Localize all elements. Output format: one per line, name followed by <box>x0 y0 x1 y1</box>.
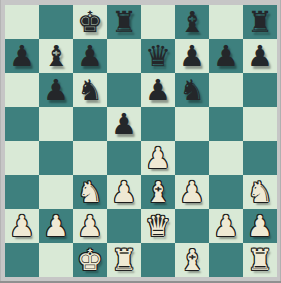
square-b5[interactable] <box>39 107 73 141</box>
square-e7[interactable]: ♛ <box>141 39 175 73</box>
square-a5[interactable] <box>5 107 39 141</box>
square-d3[interactable]: ♟ <box>107 175 141 209</box>
white-pawn-piece[interactable]: ♟ <box>111 175 137 209</box>
square-b4[interactable] <box>39 141 73 175</box>
square-g2[interactable]: ♟ <box>209 209 243 243</box>
square-b3[interactable] <box>39 175 73 209</box>
square-h8[interactable]: ♜ <box>243 5 277 39</box>
black-king-piece[interactable]: ♚ <box>77 5 103 39</box>
square-a2[interactable]: ♟ <box>5 209 39 243</box>
white-pawn-piece[interactable]: ♟ <box>77 209 103 243</box>
black-rook-piece[interactable]: ♜ <box>247 5 273 39</box>
square-g4[interactable] <box>209 141 243 175</box>
white-pawn-piece[interactable]: ♟ <box>145 141 171 175</box>
square-f1[interactable]: ♝ <box>175 243 209 277</box>
black-pawn-piece[interactable]: ♟ <box>77 39 103 73</box>
white-pawn-piece[interactable]: ♟ <box>213 209 239 243</box>
square-a3[interactable] <box>5 175 39 209</box>
square-a7[interactable]: ♟ <box>5 39 39 73</box>
white-knight-piece[interactable]: ♞ <box>247 175 273 209</box>
square-d5[interactable]: ♟ <box>107 107 141 141</box>
black-rook-piece[interactable]: ♜ <box>111 5 137 39</box>
square-c2[interactable]: ♟ <box>73 209 107 243</box>
square-d1[interactable]: ♜ <box>107 243 141 277</box>
square-b8[interactable] <box>39 5 73 39</box>
square-f6[interactable]: ♞ <box>175 73 209 107</box>
black-pawn-piece[interactable]: ♟ <box>9 39 35 73</box>
black-knight-piece[interactable]: ♞ <box>77 73 103 107</box>
square-h4[interactable] <box>243 141 277 175</box>
white-king-piece[interactable]: ♚ <box>77 243 103 277</box>
square-h1[interactable]: ♜ <box>243 243 277 277</box>
white-pawn-piece[interactable]: ♟ <box>43 209 69 243</box>
square-f5[interactable] <box>175 107 209 141</box>
black-pawn-piece[interactable]: ♟ <box>111 107 137 141</box>
square-d8[interactable]: ♜ <box>107 5 141 39</box>
square-c1[interactable]: ♚ <box>73 243 107 277</box>
square-e1[interactable] <box>141 243 175 277</box>
square-e2[interactable]: ♛ <box>141 209 175 243</box>
square-b7[interactable]: ♝ <box>39 39 73 73</box>
square-g3[interactable] <box>209 175 243 209</box>
square-e4[interactable]: ♟ <box>141 141 175 175</box>
black-pawn-piece[interactable]: ♟ <box>179 39 205 73</box>
square-f4[interactable] <box>175 141 209 175</box>
square-h6[interactable] <box>243 73 277 107</box>
black-pawn-piece[interactable]: ♟ <box>43 73 69 107</box>
square-c6[interactable]: ♞ <box>73 73 107 107</box>
square-g6[interactable] <box>209 73 243 107</box>
white-pawn-piece[interactable]: ♟ <box>9 209 35 243</box>
white-queen-piece[interactable]: ♛ <box>145 209 171 243</box>
square-c7[interactable]: ♟ <box>73 39 107 73</box>
square-b6[interactable]: ♟ <box>39 73 73 107</box>
square-a4[interactable] <box>5 141 39 175</box>
square-d2[interactable] <box>107 209 141 243</box>
square-g1[interactable] <box>209 243 243 277</box>
black-bishop-piece[interactable]: ♝ <box>43 39 69 73</box>
white-pawn-piece[interactable]: ♟ <box>247 209 273 243</box>
square-c4[interactable] <box>73 141 107 175</box>
square-d6[interactable] <box>107 73 141 107</box>
square-c8[interactable]: ♚ <box>73 5 107 39</box>
square-h2[interactable]: ♟ <box>243 209 277 243</box>
white-rook-piece[interactable]: ♜ <box>111 243 137 277</box>
chess-board: ♚♜♝♜♟♝♟♛♟♟♟♟♞♟♞♟♟♞♟♝♟♞♟♟♟♛♟♟♚♜♝♜ <box>5 5 277 277</box>
square-h7[interactable]: ♟ <box>243 39 277 73</box>
square-c3[interactable]: ♞ <box>73 175 107 209</box>
white-pawn-piece[interactable]: ♟ <box>179 175 205 209</box>
black-bishop-piece[interactable]: ♝ <box>179 5 205 39</box>
square-g5[interactable] <box>209 107 243 141</box>
black-pawn-piece[interactable]: ♟ <box>213 39 239 73</box>
white-knight-piece[interactable]: ♞ <box>77 175 103 209</box>
square-a8[interactable] <box>5 5 39 39</box>
black-queen-piece[interactable]: ♛ <box>145 39 171 73</box>
black-pawn-piece[interactable]: ♟ <box>247 39 273 73</box>
chess-app-window: ♚♜♝♜♟♝♟♛♟♟♟♟♞♟♞♟♟♞♟♝♟♞♟♟♟♛♟♟♚♜♝♜ <box>0 0 281 283</box>
square-e8[interactable] <box>141 5 175 39</box>
square-b2[interactable]: ♟ <box>39 209 73 243</box>
square-g7[interactable]: ♟ <box>209 39 243 73</box>
black-pawn-piece[interactable]: ♟ <box>145 73 171 107</box>
white-rook-piece[interactable]: ♜ <box>247 243 273 277</box>
square-g8[interactable] <box>209 5 243 39</box>
square-e6[interactable]: ♟ <box>141 73 175 107</box>
square-a1[interactable] <box>5 243 39 277</box>
square-f3[interactable]: ♟ <box>175 175 209 209</box>
square-f2[interactable] <box>175 209 209 243</box>
square-h3[interactable]: ♞ <box>243 175 277 209</box>
square-h5[interactable] <box>243 107 277 141</box>
square-e3[interactable]: ♝ <box>141 175 175 209</box>
square-d4[interactable] <box>107 141 141 175</box>
square-c5[interactable] <box>73 107 107 141</box>
square-a6[interactable] <box>5 73 39 107</box>
black-knight-piece[interactable]: ♞ <box>179 73 205 107</box>
square-d7[interactable] <box>107 39 141 73</box>
white-bishop-piece[interactable]: ♝ <box>179 243 205 277</box>
square-b1[interactable] <box>39 243 73 277</box>
square-f7[interactable]: ♟ <box>175 39 209 73</box>
square-e5[interactable] <box>141 107 175 141</box>
square-f8[interactable]: ♝ <box>175 5 209 39</box>
white-bishop-piece[interactable]: ♝ <box>145 175 171 209</box>
